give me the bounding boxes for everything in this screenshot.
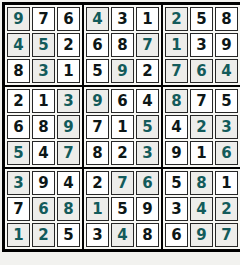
cell-r6c9[interactable]: 6 <box>215 141 238 165</box>
cell-r4c3[interactable]: 3 <box>57 89 80 113</box>
cell-r1c2[interactable]: 7 <box>32 7 55 31</box>
cell-r9c7[interactable]: 6 <box>165 223 188 247</box>
cell-r5c6[interactable]: 5 <box>136 115 159 139</box>
box-3: 258139764 <box>163 5 240 85</box>
cell-r9c8[interactable]: 9 <box>190 223 213 247</box>
cell-r4c5[interactable]: 6 <box>111 89 134 113</box>
cell-r2c1[interactable]: 4 <box>7 33 30 57</box>
cell-r9c6[interactable]: 8 <box>136 223 159 247</box>
cell-r4c7[interactable]: 8 <box>165 89 188 113</box>
cell-r1c6[interactable]: 1 <box>136 7 159 31</box>
cell-r5c1[interactable]: 6 <box>7 115 30 139</box>
cell-r6c8[interactable]: 1 <box>190 141 213 165</box>
cell-r4c6[interactable]: 4 <box>136 89 159 113</box>
cell-r6c3[interactable]: 7 <box>57 141 80 165</box>
cell-r4c2[interactable]: 1 <box>32 89 55 113</box>
cell-r2c8[interactable]: 3 <box>190 33 213 57</box>
cell-r1c8[interactable]: 5 <box>190 7 213 31</box>
cell-r4c4[interactable]: 9 <box>86 89 109 113</box>
cell-r7c4[interactable]: 2 <box>86 171 109 195</box>
box-9: 581342697 <box>163 169 240 249</box>
cell-r9c2[interactable]: 2 <box>32 223 55 247</box>
cell-r1c5[interactable]: 3 <box>111 7 134 31</box>
cell-r3c4[interactable]: 5 <box>86 59 109 83</box>
cell-r9c1[interactable]: 1 <box>7 223 30 247</box>
cell-r3c6[interactable]: 2 <box>136 59 159 83</box>
cell-r9c4[interactable]: 3 <box>86 223 109 247</box>
cell-r3c1[interactable]: 8 <box>7 59 30 83</box>
cell-r9c3[interactable]: 5 <box>57 223 80 247</box>
cell-r7c7[interactable]: 5 <box>165 171 188 195</box>
sudoku-board: 9764528314316875922581397642136895479647… <box>2 2 240 252</box>
cell-r7c1[interactable]: 3 <box>7 171 30 195</box>
cell-r8c5[interactable]: 5 <box>111 197 134 221</box>
cell-r7c9[interactable]: 1 <box>215 171 238 195</box>
cell-r1c4[interactable]: 4 <box>86 7 109 31</box>
cell-r6c4[interactable]: 8 <box>86 141 109 165</box>
cell-r8c8[interactable]: 4 <box>190 197 213 221</box>
cell-r8c3[interactable]: 8 <box>57 197 80 221</box>
cell-r2c4[interactable]: 6 <box>86 33 109 57</box>
cell-r2c9[interactable]: 9 <box>215 33 238 57</box>
cell-r7c8[interactable]: 8 <box>190 171 213 195</box>
cell-r8c1[interactable]: 7 <box>7 197 30 221</box>
cell-r6c6[interactable]: 3 <box>136 141 159 165</box>
cell-r7c2[interactable]: 9 <box>32 171 55 195</box>
cell-r4c1[interactable]: 2 <box>7 89 30 113</box>
cell-r3c2[interactable]: 3 <box>32 59 55 83</box>
box-1: 976452831 <box>5 5 82 85</box>
cell-r6c7[interactable]: 9 <box>165 141 188 165</box>
box-5: 964715823 <box>84 87 161 167</box>
cell-r7c6[interactable]: 6 <box>136 171 159 195</box>
cell-r6c1[interactable]: 5 <box>7 141 30 165</box>
box-8: 276159348 <box>84 169 161 249</box>
cell-r5c2[interactable]: 8 <box>32 115 55 139</box>
box-2: 431687592 <box>84 5 161 85</box>
cell-r2c5[interactable]: 8 <box>111 33 134 57</box>
cell-r8c4[interactable]: 1 <box>86 197 109 221</box>
cell-r2c3[interactable]: 2 <box>57 33 80 57</box>
cell-r3c3[interactable]: 1 <box>57 59 80 83</box>
box-6: 875423916 <box>163 87 240 167</box>
cell-r4c8[interactable]: 7 <box>190 89 213 113</box>
cell-r3c8[interactable]: 6 <box>190 59 213 83</box>
cell-r5c7[interactable]: 4 <box>165 115 188 139</box>
cell-r4c9[interactable]: 5 <box>215 89 238 113</box>
cell-r8c7[interactable]: 3 <box>165 197 188 221</box>
cell-r1c9[interactable]: 8 <box>215 7 238 31</box>
cell-r7c5[interactable]: 7 <box>111 171 134 195</box>
cell-r8c6[interactable]: 9 <box>136 197 159 221</box>
box-7: 394768125 <box>5 169 82 249</box>
cell-r5c9[interactable]: 3 <box>215 115 238 139</box>
cell-r2c7[interactable]: 1 <box>165 33 188 57</box>
cell-r5c4[interactable]: 7 <box>86 115 109 139</box>
cell-r5c5[interactable]: 1 <box>111 115 134 139</box>
cell-r2c6[interactable]: 7 <box>136 33 159 57</box>
cell-r8c9[interactable]: 2 <box>215 197 238 221</box>
cell-r9c5[interactable]: 4 <box>111 223 134 247</box>
cell-r5c3[interactable]: 9 <box>57 115 80 139</box>
cell-r1c3[interactable]: 6 <box>57 7 80 31</box>
cell-r8c2[interactable]: 6 <box>32 197 55 221</box>
cell-r1c1[interactable]: 9 <box>7 7 30 31</box>
cell-r2c2[interactable]: 5 <box>32 33 55 57</box>
cell-r9c9[interactable]: 7 <box>215 223 238 247</box>
cell-r6c5[interactable]: 2 <box>111 141 134 165</box>
cell-r5c8[interactable]: 2 <box>190 115 213 139</box>
cell-r3c7[interactable]: 7 <box>165 59 188 83</box>
box-4: 213689547 <box>5 87 82 167</box>
cell-r3c9[interactable]: 4 <box>215 59 238 83</box>
cell-r7c3[interactable]: 4 <box>57 171 80 195</box>
cell-r1c7[interactable]: 2 <box>165 7 188 31</box>
cell-r6c2[interactable]: 4 <box>32 141 55 165</box>
cell-r3c5[interactable]: 9 <box>111 59 134 83</box>
